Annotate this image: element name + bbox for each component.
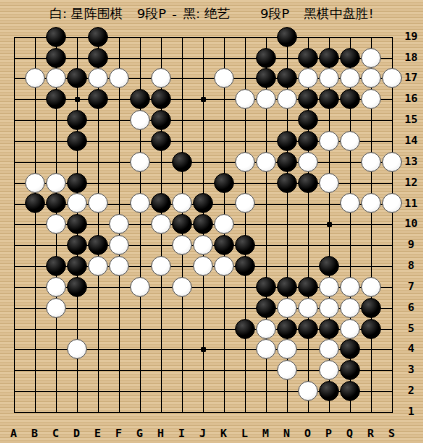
stone-black[interactable] (277, 173, 297, 193)
col-label: Q (340, 427, 360, 440)
stone-white[interactable] (25, 173, 45, 193)
stone-white[interactable] (172, 277, 192, 297)
row-label: 4 (400, 342, 422, 355)
stone-white[interactable] (151, 68, 171, 88)
row-label: 7 (400, 280, 422, 293)
stone-black[interactable] (277, 319, 297, 339)
stone-black[interactable] (67, 256, 87, 276)
col-label: O (298, 427, 318, 440)
stone-white[interactable] (130, 110, 150, 130)
stone-white[interactable] (361, 152, 381, 172)
stone-black[interactable] (319, 319, 339, 339)
go-game-viewer: 白: 星阵围棋 9段P - 黑: 绝艺 9段P 黑棋中盘胜! ABCDEFGHI… (0, 0, 423, 443)
stone-white[interactable] (361, 193, 381, 213)
stone-black[interactable] (151, 89, 171, 109)
stone-white[interactable] (319, 173, 339, 193)
stone-white[interactable] (235, 193, 255, 213)
stone-black[interactable] (361, 319, 381, 339)
stone-white[interactable] (319, 131, 339, 151)
col-label: B (25, 427, 45, 440)
col-label: R (361, 427, 381, 440)
stone-white[interactable] (130, 193, 150, 213)
stone-black[interactable] (298, 319, 318, 339)
row-label: 10 (400, 217, 422, 230)
stone-white[interactable] (67, 193, 87, 213)
col-label: M (256, 427, 276, 440)
stone-black[interactable] (67, 277, 87, 297)
stone-black[interactable] (319, 381, 339, 401)
stone-white[interactable] (256, 152, 276, 172)
stone-black[interactable] (298, 173, 318, 193)
stone-white[interactable] (46, 298, 66, 318)
row-label: 8 (400, 259, 422, 272)
stone-white[interactable] (340, 68, 360, 88)
stone-black[interactable] (340, 339, 360, 359)
stone-white[interactable] (256, 319, 276, 339)
stone-black[interactable] (214, 235, 234, 255)
row-label: 5 (400, 322, 422, 335)
stone-white[interactable] (256, 89, 276, 109)
stone-black[interactable] (277, 131, 297, 151)
row-label: 14 (400, 134, 422, 147)
stone-white[interactable] (298, 381, 318, 401)
stone-white[interactable] (214, 256, 234, 276)
stone-white[interactable] (172, 193, 192, 213)
stone-black[interactable] (277, 27, 297, 47)
col-label: P (319, 427, 339, 440)
stone-black[interactable] (340, 89, 360, 109)
stone-black[interactable] (193, 214, 213, 234)
stone-black[interactable] (319, 48, 339, 68)
stone-white[interactable] (340, 319, 360, 339)
stone-white[interactable] (382, 152, 402, 172)
stone-black[interactable] (25, 193, 45, 213)
stone-white[interactable] (340, 131, 360, 151)
col-label: C (46, 427, 66, 440)
stone-black[interactable] (277, 68, 297, 88)
stone-black[interactable] (88, 89, 108, 109)
col-label: N (277, 427, 297, 440)
stone-black[interactable] (130, 89, 150, 109)
stone-black[interactable] (256, 277, 276, 297)
stone-black[interactable] (256, 68, 276, 88)
stone-black[interactable] (151, 131, 171, 151)
stone-black[interactable] (88, 27, 108, 47)
stone-black[interactable] (46, 256, 66, 276)
stone-black[interactable] (46, 27, 66, 47)
row-label: 2 (400, 384, 422, 397)
stone-white[interactable] (298, 68, 318, 88)
go-board[interactable]: ABCDEFGHIJKLMNOPQRS191817161514131211109… (0, 0, 423, 443)
stone-black[interactable] (298, 131, 318, 151)
stone-white[interactable] (277, 89, 297, 109)
col-label: A (4, 427, 24, 440)
stone-white[interactable] (109, 235, 129, 255)
stone-white[interactable] (298, 152, 318, 172)
stone-white[interactable] (46, 68, 66, 88)
col-label: S (382, 427, 402, 440)
stone-white[interactable] (319, 68, 339, 88)
stone-black[interactable] (214, 173, 234, 193)
row-label: 15 (400, 113, 422, 126)
row-label: 12 (400, 176, 422, 189)
col-label: F (109, 427, 129, 440)
stone-black[interactable] (46, 48, 66, 68)
row-label: 11 (400, 197, 422, 210)
stone-white[interactable] (319, 277, 339, 297)
stone-black[interactable] (67, 173, 87, 193)
row-label: 1 (400, 405, 422, 418)
stone-white[interactable] (214, 214, 234, 234)
stone-black[interactable] (67, 214, 87, 234)
stone-white[interactable] (88, 256, 108, 276)
stone-black[interactable] (151, 193, 171, 213)
col-label: K (214, 427, 234, 440)
stone-black[interactable] (67, 131, 87, 151)
stone-white[interactable] (382, 193, 402, 213)
stone-white[interactable] (298, 298, 318, 318)
stone-grid[interactable] (3, 26, 402, 422)
stone-white[interactable] (172, 235, 192, 255)
stone-black[interactable] (298, 277, 318, 297)
stone-black[interactable] (235, 319, 255, 339)
col-label: I (172, 427, 192, 440)
col-label: E (88, 427, 108, 440)
stone-black[interactable] (172, 152, 192, 172)
stone-white[interactable] (340, 298, 360, 318)
row-label: 18 (400, 51, 422, 64)
stone-white[interactable] (214, 68, 234, 88)
stone-white[interactable] (235, 152, 255, 172)
stone-black[interactable] (340, 381, 360, 401)
stone-white[interactable] (235, 89, 255, 109)
stone-black[interactable] (277, 277, 297, 297)
col-label: L (235, 427, 255, 440)
stone-white[interactable] (277, 298, 297, 318)
stone-black[interactable] (298, 48, 318, 68)
stone-black[interactable] (151, 110, 171, 130)
stone-black[interactable] (319, 89, 339, 109)
stone-white[interactable] (46, 173, 66, 193)
stone-white[interactable] (382, 68, 402, 88)
stone-black[interactable] (340, 360, 360, 380)
stone-white[interactable] (130, 277, 150, 297)
stone-white[interactable] (361, 89, 381, 109)
stone-white[interactable] (361, 68, 381, 88)
stone-black[interactable] (193, 193, 213, 213)
stone-white[interactable] (256, 339, 276, 359)
stone-white[interactable] (340, 193, 360, 213)
col-label: G (130, 427, 150, 440)
stone-black[interactable] (235, 235, 255, 255)
stone-black[interactable] (172, 214, 192, 234)
stone-white[interactable] (151, 214, 171, 234)
stone-white[interactable] (319, 360, 339, 380)
stone-white[interactable] (361, 277, 381, 297)
stone-white[interactable] (151, 256, 171, 276)
row-label: 6 (400, 301, 422, 314)
stone-white[interactable] (46, 277, 66, 297)
stone-black[interactable] (67, 235, 87, 255)
row-label: 16 (400, 92, 422, 105)
stone-white[interactable] (361, 48, 381, 68)
stone-black[interactable] (46, 193, 66, 213)
row-label: 3 (400, 363, 422, 376)
stone-white[interactable] (340, 277, 360, 297)
stone-white[interactable] (67, 339, 87, 359)
row-label: 9 (400, 238, 422, 251)
stone-black[interactable] (298, 110, 318, 130)
stone-white[interactable] (193, 256, 213, 276)
col-label: H (151, 427, 171, 440)
stone-black[interactable] (340, 48, 360, 68)
stone-black[interactable] (298, 89, 318, 109)
stone-black[interactable] (67, 110, 87, 130)
stone-black[interactable] (256, 298, 276, 318)
stone-white[interactable] (319, 298, 339, 318)
stone-black[interactable] (88, 48, 108, 68)
stone-white[interactable] (319, 339, 339, 359)
stone-white[interactable] (109, 256, 129, 276)
col-label: D (67, 427, 87, 440)
stone-black[interactable] (88, 235, 108, 255)
col-label: J (193, 427, 213, 440)
stone-white[interactable] (109, 214, 129, 234)
stone-white[interactable] (277, 360, 297, 380)
row-label: 19 (400, 30, 422, 43)
stone-white[interactable] (109, 68, 129, 88)
stone-black[interactable] (361, 298, 381, 318)
row-label: 17 (400, 71, 422, 84)
stone-black[interactable] (67, 68, 87, 88)
stone-white[interactable] (25, 68, 45, 88)
stone-white[interactable] (277, 339, 297, 359)
stone-black[interactable] (277, 152, 297, 172)
stone-white[interactable] (130, 152, 150, 172)
stone-black[interactable] (235, 256, 255, 276)
stone-white[interactable] (88, 193, 108, 213)
stone-white[interactable] (88, 68, 108, 88)
stone-white[interactable] (46, 214, 66, 234)
stone-black[interactable] (256, 48, 276, 68)
row-label: 13 (400, 155, 422, 168)
stone-white[interactable] (193, 235, 213, 255)
stone-black[interactable] (319, 256, 339, 276)
stone-black[interactable] (46, 89, 66, 109)
